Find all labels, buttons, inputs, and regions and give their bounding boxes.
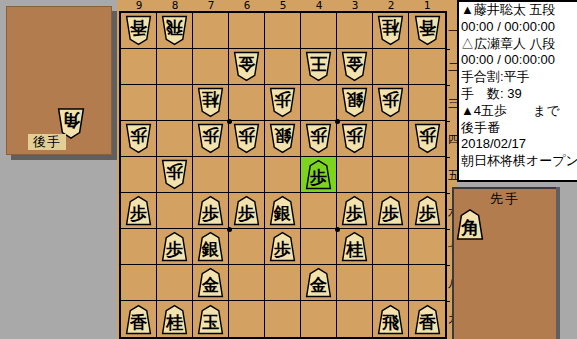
panel-line: 00:00 / 00:00:00	[459, 52, 577, 69]
square-32[interactable]: 金	[337, 49, 373, 85]
sente-piece[interactable]: 金	[197, 267, 224, 298]
svg-text:角: 角	[460, 217, 479, 238]
svg-text:玉: 玉	[202, 312, 219, 332]
square-57[interactable]: 歩	[265, 229, 301, 265]
square-79[interactable]: 玉	[193, 301, 229, 337]
gote-piece[interactable]: 銀	[341, 87, 368, 118]
square-58[interactable]	[265, 265, 301, 301]
svg-text:飛: 飛	[166, 18, 184, 38]
square-68[interactable]	[229, 265, 265, 301]
sente-tray-label: 先手	[454, 190, 556, 208]
square-29[interactable]: 飛	[373, 301, 409, 337]
square-62[interactable]: 金	[229, 49, 265, 85]
svg-text:歩: 歩	[129, 203, 147, 223]
square-18[interactable]	[409, 265, 445, 301]
gote-piece[interactable]: 歩	[161, 159, 188, 190]
square-75[interactable]	[193, 157, 229, 193]
svg-text:香: 香	[129, 312, 148, 332]
square-59[interactable]	[265, 301, 301, 337]
square-56[interactable]: 銀	[265, 193, 301, 229]
svg-text:歩: 歩	[346, 126, 364, 146]
gote-piece[interactable]: 歩	[377, 87, 404, 118]
star-point	[335, 119, 340, 124]
square-98[interactable]	[121, 265, 157, 301]
rank-tick	[445, 265, 450, 266]
square-39[interactable]	[337, 301, 373, 337]
svg-text:金: 金	[346, 54, 364, 74]
star-point	[335, 227, 340, 232]
svg-text:歩: 歩	[237, 203, 255, 223]
square-45[interactable]: 歩	[301, 157, 337, 193]
svg-text:桂: 桂	[201, 90, 220, 110]
square-94[interactable]: 歩	[121, 121, 157, 157]
square-89[interactable]: 桂	[157, 301, 193, 337]
square-67[interactable]	[229, 229, 265, 265]
svg-text:飛: 飛	[381, 312, 399, 332]
sente-hand-slot[interactable]: 角	[456, 208, 484, 241]
svg-text:歩: 歩	[310, 126, 328, 146]
square-23[interactable]: 歩	[373, 85, 409, 121]
rank-tick	[445, 157, 450, 158]
svg-text:香: 香	[129, 18, 148, 38]
gote-piece[interactable]: 香	[125, 15, 152, 46]
sente-piece[interactable]: 歩	[341, 195, 368, 226]
svg-text:歩: 歩	[418, 126, 436, 146]
svg-text:角: 角	[62, 110, 81, 131]
svg-text:桂: 桂	[381, 18, 400, 38]
svg-text:歩: 歩	[381, 203, 399, 223]
svg-text:歩: 歩	[382, 90, 400, 110]
sente-piece[interactable]: 香	[125, 304, 152, 335]
panel-line: 朝日杯将棋オープン戦	[459, 153, 577, 170]
info-panel: ▲藤井聡太 五段00:00 / 00:00:00△広瀬章人 八段00:00 / …	[457, 0, 577, 182]
sente-hand-tray: 先手 角	[452, 187, 556, 339]
gote-piece[interactable]: 歩	[341, 123, 368, 154]
rank-tick	[445, 229, 450, 230]
svg-text:桂: 桂	[165, 312, 184, 332]
square-97[interactable]	[121, 229, 157, 265]
square-47[interactable]	[301, 229, 337, 265]
square-73[interactable]: 桂	[193, 85, 229, 121]
square-31[interactable]	[337, 13, 373, 49]
svg-text:銀: 銀	[201, 239, 219, 259]
square-38[interactable]	[337, 265, 373, 301]
sente-piece[interactable]: 金	[305, 267, 332, 298]
square-34[interactable]: 歩	[337, 121, 373, 157]
rank-tick	[445, 85, 450, 86]
sente-piece[interactable]: 歩	[377, 195, 404, 226]
gote-hand-tray: 角	[6, 6, 112, 155]
panel-line: 手 数: 39	[459, 86, 577, 103]
square-11[interactable]: 香	[409, 13, 445, 49]
svg-text:香: 香	[417, 312, 436, 332]
star-point	[227, 119, 232, 124]
square-84[interactable]	[157, 121, 193, 157]
sente-piece[interactable]: 桂	[161, 304, 188, 335]
rank-tick	[445, 193, 450, 194]
svg-text:歩: 歩	[273, 239, 291, 259]
square-85[interactable]: 歩	[157, 157, 193, 193]
sente-piece[interactable]: 香	[414, 304, 441, 335]
square-44[interactable]: 歩	[301, 121, 337, 157]
square-51[interactable]	[265, 13, 301, 49]
square-63[interactable]	[229, 85, 265, 121]
square-25[interactable]	[373, 157, 409, 193]
square-81[interactable]: 飛	[157, 13, 193, 49]
square-86[interactable]	[157, 193, 193, 229]
square-27[interactable]	[373, 229, 409, 265]
square-92[interactable]	[121, 49, 157, 85]
square-13[interactable]	[409, 85, 445, 121]
svg-text:銀: 銀	[346, 90, 364, 110]
square-64[interactable]: 歩	[229, 121, 265, 157]
sente-piece[interactable]: 歩	[414, 195, 441, 226]
svg-text:金: 金	[309, 275, 327, 295]
panel-line: ▲4五歩 まで	[459, 103, 577, 120]
sente-piece[interactable]: 玉	[197, 304, 224, 335]
gote-piece[interactable]: 桂	[377, 15, 404, 46]
sente-piece[interactable]: 歩	[125, 195, 152, 226]
gote-piece[interactable]: 金	[341, 51, 368, 82]
gote-piece[interactable]: 金	[233, 51, 260, 82]
sente-piece[interactable]: 歩	[197, 195, 224, 226]
sente-piece[interactable]: 角	[456, 208, 484, 241]
square-49[interactable]	[301, 301, 337, 337]
sente-piece[interactable]: 歩	[233, 195, 260, 226]
svg-text:桂: 桂	[345, 239, 364, 259]
panel-line: 後手番	[459, 120, 577, 137]
square-33[interactable]: 銀	[337, 85, 373, 121]
square-24[interactable]	[373, 121, 409, 157]
gote-piece[interactable]: 香	[414, 15, 441, 46]
shogi-app-window: { "game": "shogi", "event": { "date": "2…	[0, 0, 577, 339]
gote-piece[interactable]: 歩	[305, 123, 332, 154]
square-83[interactable]	[157, 85, 193, 121]
square-96[interactable]: 歩	[121, 193, 157, 229]
square-76[interactable]: 歩	[193, 193, 229, 229]
svg-text:歩: 歩	[345, 203, 363, 223]
square-19[interactable]: 香	[409, 301, 445, 337]
gote-piece[interactable]: 桂	[197, 87, 224, 118]
gote-piece[interactable]: 歩	[269, 87, 296, 118]
shogi-board: 987654321 香飛桂香金王金桂歩銀歩歩歩歩銀歩歩歩歩歩歩歩歩銀歩歩歩歩銀歩…	[117, 0, 457, 339]
panel-line: 手合割:平手	[459, 69, 577, 86]
svg-text:歩: 歩	[274, 90, 292, 110]
square-22[interactable]	[373, 49, 409, 85]
square-35[interactable]	[337, 157, 373, 193]
gote-piece[interactable]: 歩	[233, 123, 260, 154]
gote-piece[interactable]: 銀	[269, 123, 296, 154]
square-78[interactable]: 金	[193, 265, 229, 301]
gote-piece[interactable]: 王	[305, 51, 332, 82]
sente-piece[interactable]: 飛	[377, 304, 404, 335]
svg-text:歩: 歩	[202, 126, 220, 146]
square-52[interactable]	[265, 49, 301, 85]
square-42[interactable]: 王	[301, 49, 337, 85]
square-43[interactable]	[301, 85, 337, 121]
square-87[interactable]: 歩	[157, 229, 193, 265]
svg-text:王: 王	[310, 54, 328, 74]
gote-piece[interactable]: 飛	[161, 15, 188, 46]
square-71[interactable]	[193, 13, 229, 49]
square-26[interactable]: 歩	[373, 193, 409, 229]
square-88[interactable]	[157, 265, 193, 301]
rank-tick	[445, 49, 450, 50]
square-21[interactable]: 桂	[373, 13, 409, 49]
square-61[interactable]	[229, 13, 265, 49]
square-99[interactable]: 香	[121, 301, 157, 337]
rank-tick	[445, 121, 450, 122]
square-77[interactable]: 銀	[193, 229, 229, 265]
square-37[interactable]: 桂	[337, 229, 373, 265]
svg-text:歩: 歩	[166, 162, 184, 182]
rank-tick	[445, 301, 450, 302]
svg-text:歩: 歩	[130, 126, 148, 146]
sente-piece[interactable]: 銀	[197, 231, 224, 262]
square-14[interactable]: 歩	[409, 121, 445, 157]
square-55[interactable]	[265, 157, 301, 193]
square-93[interactable]	[121, 85, 157, 121]
sente-tray-shadow	[556, 187, 560, 339]
svg-text:金: 金	[238, 54, 256, 74]
gote-tray-label: 後手	[28, 134, 66, 150]
svg-text:歩: 歩	[165, 239, 183, 259]
sente-piece[interactable]: 桂	[341, 231, 368, 262]
sente-piece[interactable]: 銀	[269, 195, 296, 226]
svg-text:歩: 歩	[238, 126, 256, 146]
sente-piece[interactable]: 歩	[269, 231, 296, 262]
panel-line: △広瀬章人 八段	[459, 36, 577, 53]
panel-line: ▲藤井聡太 五段	[459, 2, 577, 19]
panel-line: 2018/02/17	[459, 136, 577, 153]
square-12[interactable]	[409, 49, 445, 85]
square-15[interactable]	[409, 157, 445, 193]
star-point	[227, 227, 232, 232]
square-54[interactable]: 銀	[265, 121, 301, 157]
square-66[interactable]: 歩	[229, 193, 265, 229]
square-28[interactable]	[373, 265, 409, 301]
svg-text:歩: 歩	[201, 203, 219, 223]
svg-text:銀: 銀	[274, 126, 292, 146]
square-74[interactable]: 歩	[193, 121, 229, 157]
gote-piece[interactable]: 歩	[197, 123, 224, 154]
gote-piece[interactable]: 歩	[125, 123, 152, 154]
square-91[interactable]: 香	[121, 13, 157, 49]
square-41[interactable]	[301, 13, 337, 49]
svg-text:香: 香	[418, 18, 437, 38]
square-65[interactable]	[229, 157, 265, 193]
square-69[interactable]	[229, 301, 265, 337]
svg-text:金: 金	[201, 275, 219, 295]
square-72[interactable]	[193, 49, 229, 85]
square-46[interactable]	[301, 193, 337, 229]
svg-text:歩: 歩	[309, 167, 327, 187]
square-82[interactable]	[157, 49, 193, 85]
board-grid: 香飛桂香金王金桂歩銀歩歩歩歩銀歩歩歩歩歩歩歩歩銀歩歩歩歩銀歩桂金金香桂玉飛香	[119, 11, 447, 339]
square-95[interactable]	[121, 157, 157, 193]
panel-line: 00:00 / 00:00:00	[459, 19, 577, 36]
gote-piece[interactable]: 歩	[414, 123, 441, 154]
svg-text:銀: 銀	[273, 203, 291, 223]
square-17[interactable]	[409, 229, 445, 265]
square-36[interactable]: 歩	[337, 193, 373, 229]
square-48[interactable]: 金	[301, 265, 337, 301]
sente-piece[interactable]: 歩	[305, 159, 332, 190]
square-53[interactable]: 歩	[265, 85, 301, 121]
square-16[interactable]: 歩	[409, 193, 445, 229]
sente-piece[interactable]: 歩	[161, 231, 188, 262]
svg-text:歩: 歩	[417, 203, 435, 223]
